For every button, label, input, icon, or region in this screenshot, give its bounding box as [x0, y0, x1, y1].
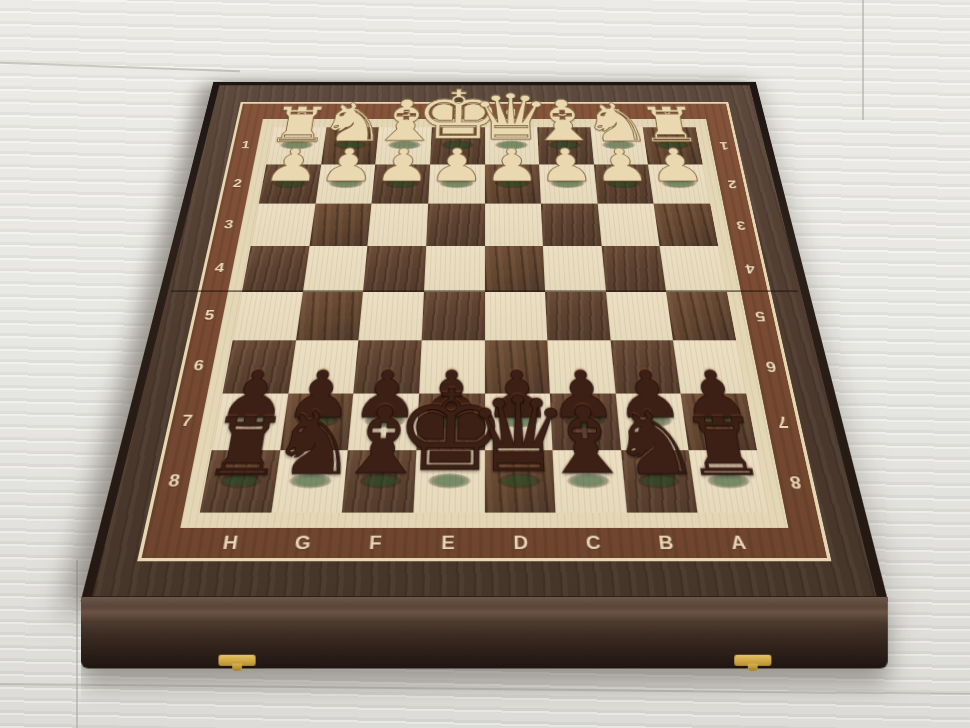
- square-e3[interactable]: [426, 204, 484, 246]
- square-e4[interactable]: [424, 246, 485, 291]
- rank-label-left-3: 3: [213, 217, 245, 232]
- chess-scene: HHGGFFEEDDCCBBAA1122334455667788 ♜♞♝♚♛♝♞…: [0, 0, 970, 728]
- piece-glyph: ♟: [610, 143, 744, 188]
- square-h7[interactable]: [212, 393, 288, 450]
- square-c5[interactable]: [545, 292, 610, 341]
- square-e7[interactable]: [416, 393, 484, 450]
- square-g3[interactable]: [309, 204, 372, 246]
- square-f4[interactable]: [363, 246, 426, 291]
- square-a6[interactable]: [673, 340, 746, 393]
- brass-latch-icon: [735, 655, 772, 666]
- square-d5[interactable]: [484, 292, 547, 341]
- square-b5[interactable]: [606, 292, 674, 341]
- rank-label-left-4: 4: [203, 260, 236, 276]
- square-b3[interactable]: [597, 204, 659, 246]
- square-f8[interactable]: [342, 451, 416, 513]
- box-front-edge: [81, 597, 888, 669]
- square-c8[interactable]: [553, 451, 627, 513]
- rank-label-right-3: 3: [725, 217, 757, 232]
- square-b4[interactable]: [601, 246, 666, 291]
- square-d7[interactable]: [484, 393, 552, 450]
- square-b7[interactable]: [615, 393, 689, 450]
- square-d8[interactable]: [484, 451, 555, 513]
- square-g5[interactable]: [296, 292, 364, 341]
- square-g8[interactable]: [271, 451, 348, 513]
- square-f3[interactable]: [368, 204, 428, 246]
- square-f7[interactable]: [348, 393, 419, 450]
- square-h4[interactable]: [242, 246, 309, 291]
- square-c3[interactable]: [541, 204, 601, 246]
- square-f5[interactable]: [359, 292, 424, 341]
- square-h3[interactable]: [251, 204, 316, 246]
- square-g7[interactable]: [280, 393, 354, 450]
- square-b6[interactable]: [610, 340, 680, 393]
- square-d4[interactable]: [485, 246, 546, 291]
- square-c7[interactable]: [550, 393, 621, 450]
- square-g6[interactable]: [288, 340, 359, 393]
- square-e5[interactable]: [422, 292, 485, 341]
- square-c4[interactable]: [543, 246, 606, 291]
- rank-label-right-4: 4: [733, 260, 766, 276]
- square-a5[interactable]: [666, 292, 736, 341]
- square-g4[interactable]: [303, 246, 368, 291]
- square-h6[interactable]: [223, 340, 296, 393]
- square-a3[interactable]: [654, 204, 718, 246]
- square-a7[interactable]: [681, 393, 757, 450]
- brass-latch-icon: [218, 655, 255, 666]
- square-d3[interactable]: [485, 204, 543, 246]
- square-a8[interactable]: [689, 451, 769, 513]
- chess-board: HHGGFFEEDDCCBBAA1122334455667788 ♜♞♝♚♛♝♞…: [92, 85, 877, 596]
- square-a4[interactable]: [660, 246, 727, 291]
- square-e8[interactable]: [413, 451, 484, 513]
- square-h8[interactable]: [200, 451, 280, 513]
- square-h5[interactable]: [233, 292, 303, 341]
- square-b8[interactable]: [621, 451, 698, 513]
